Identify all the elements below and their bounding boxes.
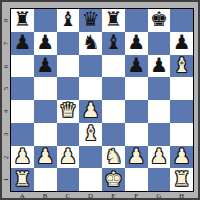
square-g6[interactable]: ♟ [148,55,171,78]
square-a5[interactable] [11,77,34,100]
square-b7[interactable]: ♟ [34,32,57,55]
square-f6[interactable]: ♟ [125,55,148,78]
rank-labels: 87654321 [2,9,10,191]
file-label-b: B [34,192,57,200]
piece-black-pawn: ♟ [127,32,145,52]
piece-black-pawn: ♟ [36,55,54,75]
square-h2[interactable]: ♟ [170,146,193,169]
square-a1[interactable]: ♜ [11,168,34,191]
piece-white-pawn: ♟ [82,100,100,120]
piece-black-king: ♚ [150,9,168,29]
piece-white-pawn: ♟ [36,146,54,166]
square-e8[interactable]: ♜ [102,9,125,32]
square-g7[interactable] [148,32,171,55]
square-h7[interactable]: ♟ [170,32,193,55]
piece-black-pawn: ♟ [150,55,168,75]
square-a8[interactable]: ♜ [11,9,34,32]
piece-white-rook: ♜ [173,169,191,189]
file-label-d: D [79,192,102,200]
square-d5[interactable] [79,77,102,100]
square-f7[interactable]: ♟ [125,32,148,55]
chess-diagram: 87654321 ♜♝♛♜♚♟♟♞♝♟♟♟♟♟♝♛♟♝♟♟♟♞♟♟♟♜♚♜ AB… [0,0,200,200]
square-f3[interactable] [125,123,148,146]
square-h4[interactable] [170,100,193,123]
square-c6[interactable] [57,55,80,78]
square-d4[interactable]: ♟ [79,100,102,123]
file-label-h: H [170,192,193,200]
file-label-a: A [11,192,34,200]
square-e6[interactable] [102,55,125,78]
file-label-e: E [102,192,125,200]
piece-white-knight: ♞ [104,146,122,166]
piece-black-pawn: ♟ [173,32,191,52]
square-g5[interactable] [148,77,171,100]
square-h8[interactable] [170,9,193,32]
piece-white-bishop: ♝ [82,123,100,143]
piece-white-king: ♚ [104,169,122,189]
square-d8[interactable]: ♛ [79,9,102,32]
square-c1[interactable] [57,168,80,191]
piece-white-pawn: ♟ [127,146,145,166]
square-c2[interactable]: ♟ [57,146,80,169]
square-c8[interactable]: ♝ [57,9,80,32]
square-b6[interactable]: ♟ [34,55,57,78]
square-g4[interactable] [148,100,171,123]
square-c7[interactable] [57,32,80,55]
file-label-c: C [57,192,80,200]
square-f1[interactable] [125,168,148,191]
piece-black-pawn: ♟ [36,32,54,52]
piece-white-pawn: ♟ [150,146,168,166]
square-e5[interactable] [102,77,125,100]
square-f4[interactable] [125,100,148,123]
square-a2[interactable]: ♟ [11,146,34,169]
piece-white-pawn: ♟ [173,146,191,166]
piece-black-rook: ♜ [104,9,122,29]
piece-black-pawn: ♟ [127,55,145,75]
square-g1[interactable] [148,168,171,191]
square-g3[interactable] [148,123,171,146]
square-b3[interactable] [34,123,57,146]
piece-black-rook: ♜ [13,9,31,29]
square-e4[interactable] [102,100,125,123]
square-h3[interactable] [170,123,193,146]
square-e1[interactable]: ♚ [102,168,125,191]
square-g8[interactable]: ♚ [148,9,171,32]
piece-black-bishop: ♝ [59,9,77,29]
file-label-f: F [125,192,148,200]
square-d6[interactable] [79,55,102,78]
file-label-g: G [148,192,171,200]
square-e7[interactable]: ♝ [102,32,125,55]
square-b5[interactable] [34,77,57,100]
square-c5[interactable] [57,77,80,100]
square-h5[interactable] [170,77,193,100]
square-h1[interactable]: ♜ [170,168,193,191]
square-d2[interactable] [79,146,102,169]
square-f8[interactable] [125,9,148,32]
square-e2[interactable]: ♞ [102,146,125,169]
piece-white-queen: ♛ [59,100,77,120]
piece-black-bishop: ♝ [104,32,122,52]
square-e3[interactable] [102,123,125,146]
square-h6[interactable]: ♝ [170,55,193,78]
square-d7[interactable]: ♞ [79,32,102,55]
piece-black-pawn: ♟ [13,32,31,52]
square-f5[interactable] [125,77,148,100]
square-b4[interactable] [34,100,57,123]
square-b2[interactable]: ♟ [34,146,57,169]
square-a4[interactable] [11,100,34,123]
square-a6[interactable] [11,55,34,78]
chess-board: ♜♝♛♜♚♟♟♞♝♟♟♟♟♟♝♛♟♝♟♟♟♞♟♟♟♜♚♜ [10,8,194,192]
square-c3[interactable] [57,123,80,146]
square-c4[interactable]: ♛ [57,100,80,123]
piece-white-bishop: ♝ [173,55,191,75]
square-d3[interactable]: ♝ [79,123,102,146]
square-b1[interactable] [34,168,57,191]
piece-black-queen: ♛ [82,9,100,29]
square-g2[interactable]: ♟ [148,146,171,169]
piece-white-pawn: ♟ [59,146,77,166]
file-labels: ABCDEFGH [11,192,193,200]
square-b8[interactable] [34,9,57,32]
piece-black-knight: ♞ [82,32,100,52]
piece-white-rook: ♜ [13,169,31,189]
piece-white-pawn: ♟ [13,146,31,166]
square-d1[interactable] [79,168,102,191]
square-a3[interactable] [11,123,34,146]
square-a7[interactable]: ♟ [11,32,34,55]
square-f2[interactable]: ♟ [125,146,148,169]
